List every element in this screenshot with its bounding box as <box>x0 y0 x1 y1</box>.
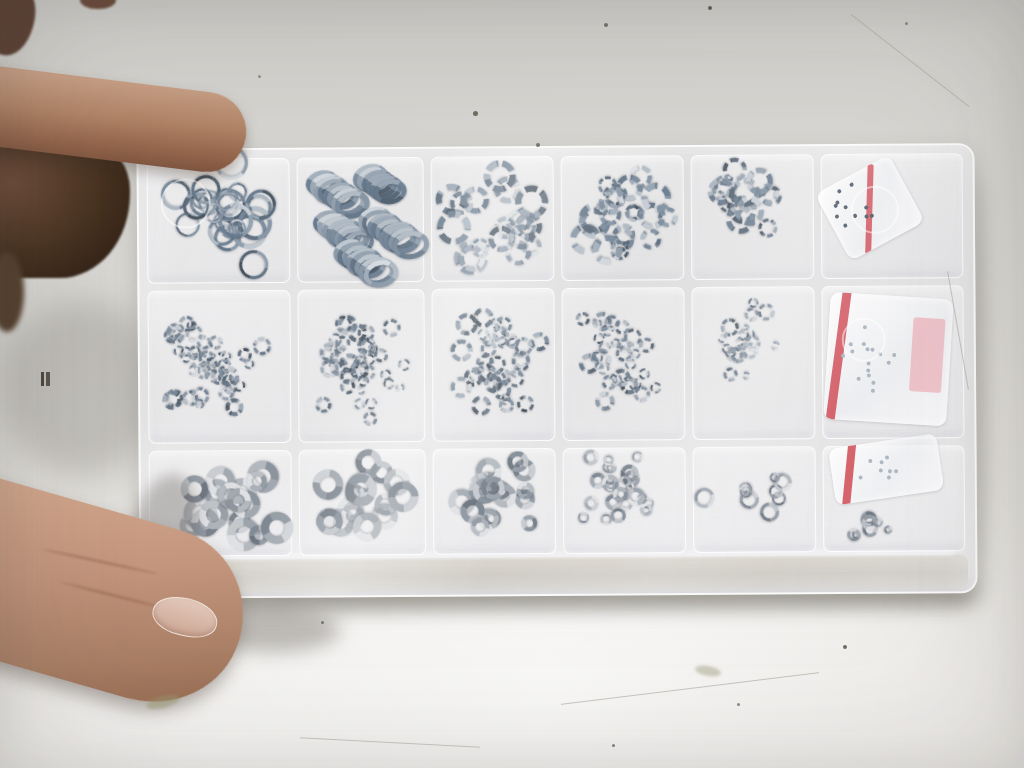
lid-thumb-recess <box>161 178 211 228</box>
washer <box>591 388 617 414</box>
washer <box>459 245 486 272</box>
washer <box>582 448 601 467</box>
compartment-r1c5 <box>691 154 815 280</box>
washer <box>883 524 894 535</box>
washer <box>757 217 778 238</box>
compartment-r2c1 <box>147 290 291 444</box>
bag-contents-dot <box>871 389 875 393</box>
washer <box>640 228 661 249</box>
bag-contents-dot <box>867 362 871 366</box>
washer <box>313 394 334 415</box>
washer <box>575 312 590 327</box>
washer <box>394 381 407 394</box>
washer <box>246 470 267 491</box>
washer <box>846 527 861 542</box>
washer <box>520 514 537 531</box>
compartment-r2c6 <box>821 286 964 440</box>
debris-speck <box>843 645 847 649</box>
compartment-r3c6 <box>823 446 966 553</box>
washer <box>721 365 740 384</box>
washer <box>611 508 627 524</box>
bag-contents-dot <box>892 353 896 357</box>
bag-contents-dot <box>895 469 900 474</box>
bag-contents-dot <box>857 377 861 381</box>
washer <box>582 493 601 512</box>
bag-contents-dot <box>887 361 891 365</box>
bag-contents-dot <box>888 469 893 474</box>
washer <box>364 396 380 412</box>
lid-thumb-recess <box>842 318 886 362</box>
washer <box>499 398 514 413</box>
bag-contents-dot <box>867 374 871 378</box>
washer <box>632 451 644 463</box>
washer <box>481 476 504 499</box>
debris-speck <box>612 744 615 747</box>
bag-contents-dot <box>871 381 875 385</box>
compartment-r2c3 <box>431 288 555 442</box>
washer <box>206 332 226 352</box>
debris-speck <box>536 143 540 147</box>
compartment-r1c2 <box>297 157 425 283</box>
washer <box>577 511 589 523</box>
bag-contents-dot <box>849 182 854 187</box>
bag-contents-dot <box>880 460 885 465</box>
bag-red-strip <box>825 292 853 426</box>
compartment-r2c5 <box>691 287 815 441</box>
washer <box>397 357 412 372</box>
washer <box>250 334 273 357</box>
washer <box>234 244 274 284</box>
compartment-r3c5 <box>693 447 817 553</box>
organizer-case <box>136 143 977 599</box>
small-debris-mark <box>41 372 53 386</box>
photo-scene <box>0 0 1024 768</box>
washer <box>468 393 495 420</box>
compartment-r3c4 <box>563 448 687 554</box>
debris-speck <box>321 621 324 624</box>
bag-contents-dot <box>859 476 864 481</box>
washer <box>637 367 652 382</box>
washer <box>337 316 357 336</box>
washer <box>769 340 781 352</box>
washer <box>514 393 536 415</box>
washer <box>600 514 611 525</box>
compartment-r2c4 <box>561 287 685 441</box>
compartment-r1c4 <box>561 155 685 281</box>
debris-speck <box>604 23 608 27</box>
debris-speck <box>737 703 740 706</box>
compartment-grid <box>147 153 966 557</box>
washer <box>745 167 773 195</box>
debris-speck <box>473 111 478 116</box>
compartment-r1c3 <box>431 156 555 282</box>
washer <box>447 335 477 365</box>
debris-speck <box>258 75 261 78</box>
washer <box>362 411 378 427</box>
bag-contents-dot <box>834 214 839 219</box>
bag-contents-dot <box>866 369 870 373</box>
bag-contents-dot <box>836 188 841 193</box>
bag-pink-label <box>909 318 946 393</box>
washer <box>380 315 405 340</box>
bag-contents-dot <box>843 223 848 228</box>
bag-contents-dot <box>879 468 884 473</box>
washer <box>757 303 775 321</box>
compartment-r3c3 <box>433 448 557 554</box>
bag-contents-dot <box>887 475 892 480</box>
compartment-r3c2 <box>299 449 427 555</box>
bag-contents-dot <box>885 455 890 460</box>
bag-contents-dot <box>842 204 847 209</box>
debris-speck <box>905 22 908 25</box>
washer <box>747 295 760 308</box>
bag-contents-dot <box>868 459 873 464</box>
debris-speck <box>708 6 712 10</box>
lid-thumb-recess <box>851 186 899 234</box>
washer <box>740 370 752 382</box>
compartment-r2c2 <box>298 289 426 443</box>
parts-bag <box>823 292 954 426</box>
parts-bag <box>828 433 944 506</box>
washer <box>692 485 718 511</box>
bag-red-strip <box>842 442 856 506</box>
